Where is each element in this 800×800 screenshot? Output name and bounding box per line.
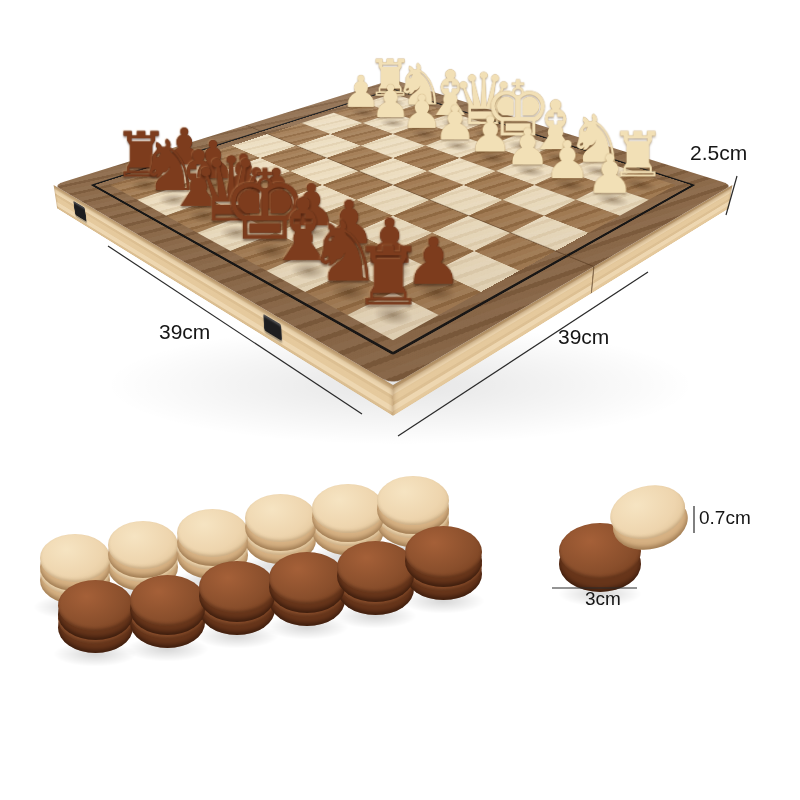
checker-disc-light (245, 494, 316, 551)
checker-disc-dark (199, 561, 275, 622)
checker-disc-dark (405, 526, 482, 587)
dimension-label-checker-diameter: 3cm (585, 589, 621, 610)
checker-disc-light (108, 521, 178, 578)
dimension-label-board-side-right: 39cm (558, 325, 609, 348)
checkers-layer (0, 0, 800, 800)
checker-disc-dark (58, 580, 133, 640)
product-photo: ♜♞♝♛♚♝♞♜♟♟♟♟♟♟♟♟♟♟♟♟♟♟♟♟♜♞♝♛♚♝♞♜ 2.5cm 3… (0, 0, 800, 800)
checker-disc-dark (130, 575, 205, 635)
checker-disc-light (177, 509, 248, 566)
checker-disc-light (312, 484, 384, 542)
dimension-label-board-side-left: 39cm (159, 320, 210, 343)
dimension-label-checker-thickness: 0.7cm (699, 508, 751, 529)
dimension-label-board-thickness: 2.5cm (690, 141, 747, 164)
checker-disc-light (605, 478, 694, 558)
checker-disc-dark (337, 541, 414, 602)
checker-disc-light (377, 476, 449, 534)
checker-disc-dark (269, 552, 345, 613)
